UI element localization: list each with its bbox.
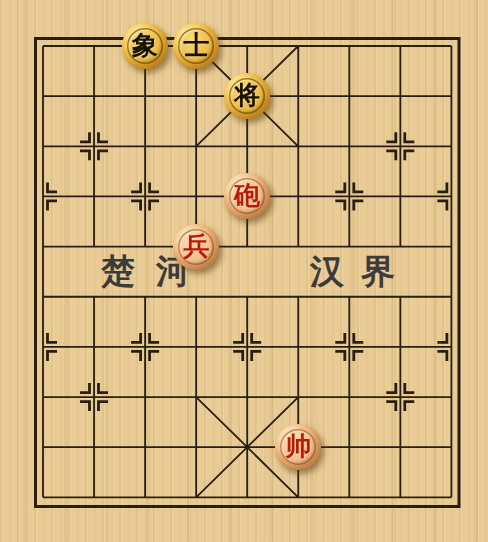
piece-glyph: 象 — [132, 32, 158, 58]
piece-face: 士 — [178, 28, 214, 64]
piece-black-advisor[interactable]: 士 — [173, 23, 219, 69]
piece-glyph: 帅 — [285, 433, 311, 459]
piece-red-soldier[interactable]: 兵 — [173, 224, 219, 270]
piece-black-elephant[interactable]: 象 — [122, 23, 168, 69]
piece-red-cannon[interactable]: 砲 — [224, 173, 270, 219]
piece-black-general[interactable]: 将 — [224, 73, 270, 119]
xiangqi-app: 楚河 汉界 象士将砲兵帅 — [0, 0, 488, 542]
piece-glyph: 将 — [234, 82, 260, 108]
piece-face: 将 — [229, 78, 265, 114]
piece-glyph: 砲 — [234, 182, 260, 208]
piece-face: 兵 — [178, 229, 214, 265]
piece-glyph: 士 — [183, 32, 209, 58]
piece-glyph: 兵 — [183, 233, 209, 259]
piece-red-general[interactable]: 帅 — [275, 424, 321, 470]
piece-face: 象 — [127, 28, 163, 64]
piece-face: 砲 — [229, 178, 265, 214]
piece-face: 帅 — [280, 429, 316, 465]
xiangqi-board: 象士将砲兵帅 — [18, 21, 477, 523]
